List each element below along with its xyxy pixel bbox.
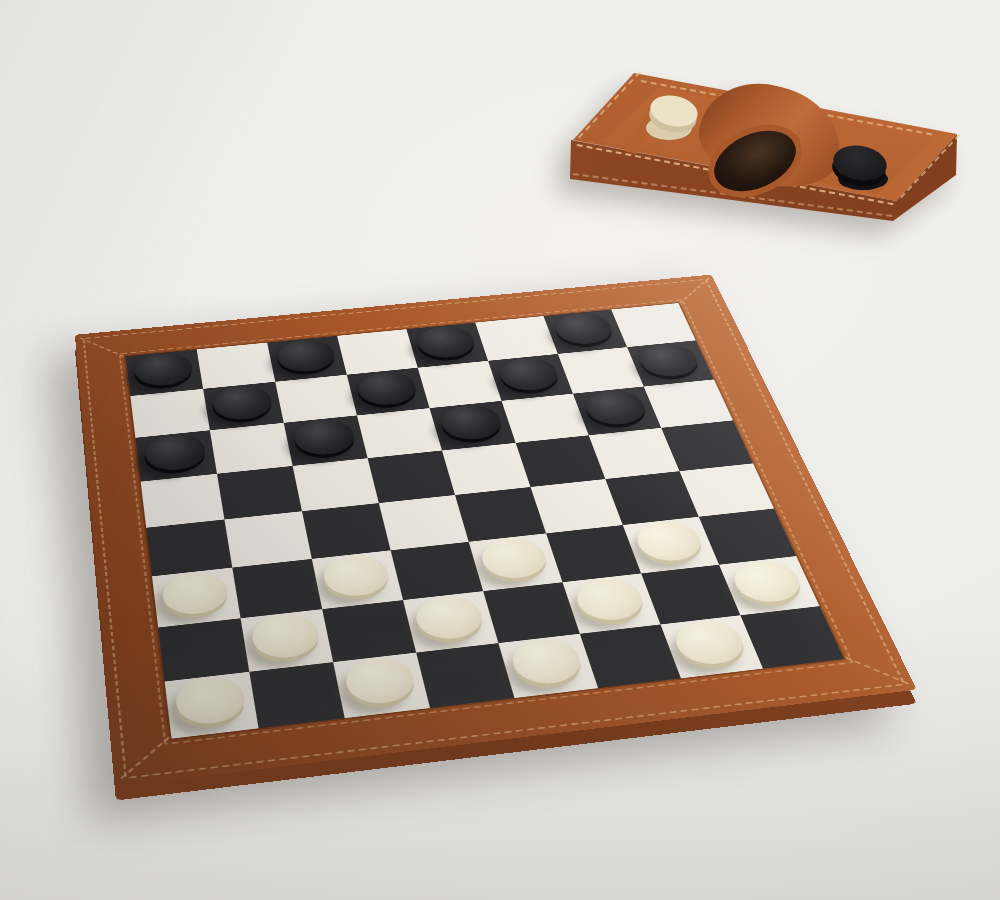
product-photo-scene [0,0,1000,900]
storage-box-interior [0,0,1000,900]
storage-box [0,0,1000,900]
